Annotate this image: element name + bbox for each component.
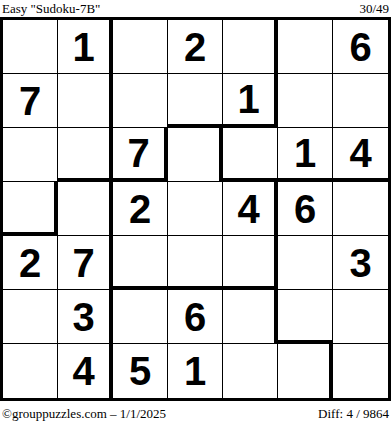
cell-r3c5[interactable] — [223, 128, 278, 182]
cell-r1c7[interactable]: 6 — [333, 20, 388, 74]
sudoku-board: 1267171424627336451 — [0, 17, 391, 401]
cell-r6c1[interactable] — [3, 290, 58, 344]
cell-r1c5[interactable] — [223, 20, 278, 74]
cell-r5c2[interactable]: 7 — [58, 236, 113, 290]
cell-r7c1[interactable] — [3, 344, 58, 398]
cell-r7c4[interactable]: 1 — [168, 344, 223, 398]
cell-r6c2[interactable]: 3 — [58, 290, 113, 344]
cell-r1c2[interactable]: 1 — [58, 20, 113, 74]
cell-r2c4[interactable] — [168, 74, 223, 128]
cell-r4c6[interactable]: 6 — [278, 182, 333, 236]
cell-r3c6[interactable]: 1 — [278, 128, 333, 182]
cell-r2c3[interactable] — [113, 74, 168, 128]
cell-r6c5[interactable] — [223, 290, 278, 344]
cell-r6c7[interactable] — [333, 290, 388, 344]
cell-r7c6[interactable] — [278, 344, 333, 398]
cell-r3c4[interactable] — [168, 128, 223, 182]
cell-r6c4[interactable]: 6 — [168, 290, 223, 344]
cell-r5c7[interactable]: 3 — [333, 236, 388, 290]
cell-r1c3[interactable] — [113, 20, 168, 74]
cell-r5c5[interactable] — [223, 236, 278, 290]
cell-r3c1[interactable] — [3, 128, 58, 182]
cell-r7c2[interactable]: 4 — [58, 344, 113, 398]
cell-r6c3[interactable] — [113, 290, 168, 344]
cell-r5c1[interactable]: 2 — [3, 236, 58, 290]
copyright-text: ©grouppuzzles.com – 1/1/2025 — [2, 406, 166, 422]
cell-r7c5[interactable] — [223, 344, 278, 398]
cell-r3c3[interactable]: 7 — [113, 128, 168, 182]
cell-r5c4[interactable] — [168, 236, 223, 290]
cell-r7c3[interactable]: 5 — [113, 344, 168, 398]
cell-r1c1[interactable] — [3, 20, 58, 74]
cell-r4c2[interactable] — [58, 182, 113, 236]
cell-r2c7[interactable] — [333, 74, 388, 128]
cell-r7c7[interactable] — [333, 344, 388, 398]
givens-counter: 30/49 — [359, 1, 389, 17]
cell-r2c5[interactable]: 1 — [223, 74, 278, 128]
difficulty-rating: Diff: 4 / 9864 — [318, 406, 389, 422]
cell-r5c6[interactable] — [278, 236, 333, 290]
page-header: Easy "Sudoku-7B" 30/49 — [0, 0, 391, 17]
cell-r3c2[interactable] — [58, 128, 113, 182]
cell-r4c5[interactable]: 4 — [223, 182, 278, 236]
cell-r3c7[interactable]: 4 — [333, 128, 388, 182]
cell-r5c3[interactable] — [113, 236, 168, 290]
cell-r4c3[interactable]: 2 — [113, 182, 168, 236]
cell-r2c2[interactable] — [58, 74, 113, 128]
page-footer: ©grouppuzzles.com – 1/1/2025 Diff: 4 / 9… — [0, 401, 391, 422]
cell-r6c6[interactable] — [278, 290, 333, 344]
cell-r1c6[interactable] — [278, 20, 333, 74]
puzzle-title: Easy "Sudoku-7B" — [2, 1, 100, 17]
cell-r2c6[interactable] — [278, 74, 333, 128]
cell-r2c1[interactable]: 7 — [3, 74, 58, 128]
cell-r4c1[interactable] — [3, 182, 58, 236]
cell-r1c4[interactable]: 2 — [168, 20, 223, 74]
cell-r4c4[interactable] — [168, 182, 223, 236]
cell-r4c7[interactable] — [333, 182, 388, 236]
